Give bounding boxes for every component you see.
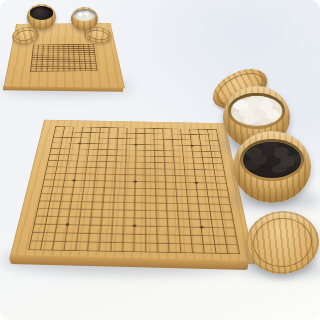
black-stone-bowl <box>233 131 311 203</box>
star-point <box>134 143 137 145</box>
star-point <box>73 179 77 181</box>
black-bowl-opening <box>240 139 304 181</box>
black-stones-small <box>30 6 54 20</box>
inset-board-grid <box>30 44 98 72</box>
go-grid-19x19 <box>28 126 240 254</box>
star-point <box>66 223 70 226</box>
star-point <box>78 142 81 144</box>
white-stone-heap <box>231 96 282 126</box>
black-stone-heap <box>243 142 301 178</box>
go-set-product-photo <box>0 0 320 320</box>
star-point <box>194 182 198 184</box>
star-point <box>190 145 193 147</box>
white-stones <box>233 100 248 110</box>
black-stones <box>246 147 262 158</box>
star-point <box>134 180 137 182</box>
star-point <box>199 226 203 229</box>
white-bowl-opening <box>228 93 285 129</box>
white-stone-bowl-small <box>71 7 98 31</box>
white-stones-small <box>73 9 95 21</box>
star-point <box>133 225 137 228</box>
black-stone-bowl-small <box>27 4 56 30</box>
